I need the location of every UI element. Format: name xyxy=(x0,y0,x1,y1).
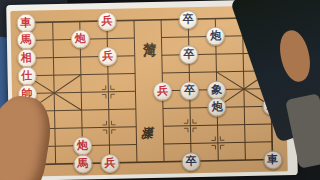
photo-stage: 楚河 漢界 車馬相仕帥仕相車炮炮馬兵兵兵兵卒卒卒卒炮象炮車馬象士將士車馬 xyxy=(0,0,320,180)
piece-character: 卒 xyxy=(183,13,194,24)
black-piece-卒[interactable]: 卒 xyxy=(181,151,200,170)
piece-character: 卒 xyxy=(184,84,195,95)
piece-character: 炮 xyxy=(212,101,223,112)
red-piece-車[interactable]: 車 xyxy=(16,13,35,32)
red-piece-兵[interactable]: 兵 xyxy=(97,11,116,30)
piece-character: 卒 xyxy=(186,155,197,166)
black-piece-卒[interactable]: 卒 xyxy=(180,81,199,100)
piece-character: 兵 xyxy=(102,50,113,61)
river-label-han-jie: 漢界 xyxy=(137,116,154,120)
red-piece-兵[interactable]: 兵 xyxy=(100,153,119,172)
piece-character: 馬 xyxy=(77,157,88,168)
black-piece-卒[interactable]: 卒 xyxy=(178,10,197,29)
piece-character: 炮 xyxy=(77,140,88,151)
piece-character: 兵 xyxy=(157,85,168,96)
red-piece-炮[interactable]: 炮 xyxy=(73,136,92,155)
piece-character: 象 xyxy=(211,84,222,95)
piece-character: 兵 xyxy=(104,157,115,168)
piece-character: 車 xyxy=(20,17,31,28)
river-label-chu-he: 楚河 xyxy=(140,32,158,36)
red-piece-仕[interactable]: 仕 xyxy=(17,66,36,85)
red-piece-兵[interactable]: 兵 xyxy=(153,81,172,100)
red-piece-馬[interactable]: 馬 xyxy=(16,31,35,50)
piece-character: 相 xyxy=(21,52,32,63)
black-piece-象[interactable]: 象 xyxy=(207,80,226,99)
red-piece-兵[interactable]: 兵 xyxy=(98,47,117,66)
piece-character: 卒 xyxy=(183,49,194,60)
piece-character: 車 xyxy=(267,153,278,164)
piece-character: 兵 xyxy=(101,15,112,26)
red-piece-馬[interactable]: 馬 xyxy=(73,154,92,173)
piece-character: 馬 xyxy=(20,34,31,45)
piece-character: 仕 xyxy=(21,70,32,81)
black-piece-車[interactable]: 車 xyxy=(263,150,282,169)
piece-character: 炮 xyxy=(75,33,86,44)
red-piece-相[interactable]: 相 xyxy=(17,48,36,67)
piece-character: 炮 xyxy=(210,30,221,41)
